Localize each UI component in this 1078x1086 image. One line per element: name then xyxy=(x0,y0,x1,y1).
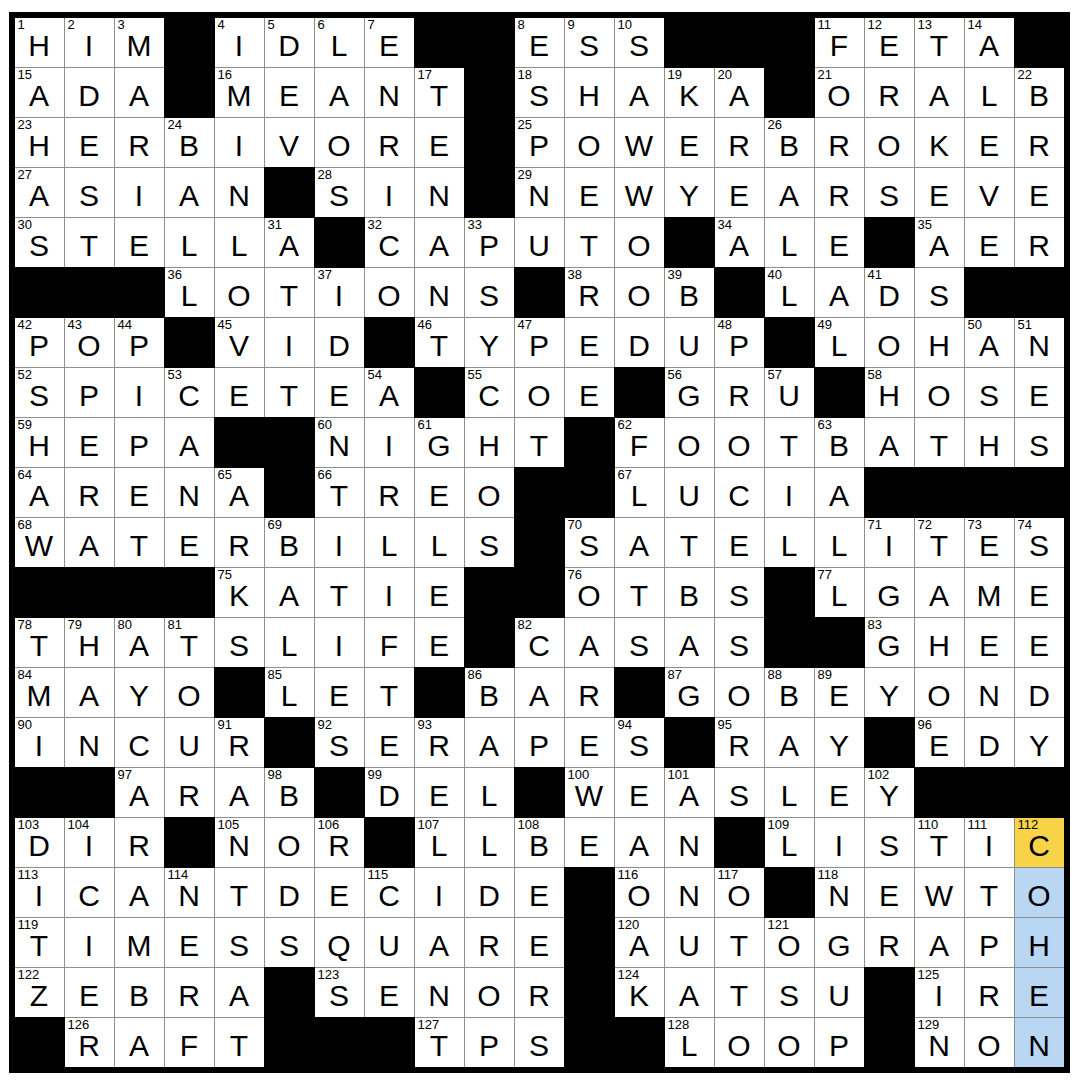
grid-cell[interactable]: Y xyxy=(665,168,714,217)
grid-cell[interactable]: 58H xyxy=(865,368,914,417)
grid-cell[interactable]: A xyxy=(515,668,564,717)
grid-cell[interactable]: R xyxy=(65,468,114,517)
grid-cell[interactable]: 114N xyxy=(165,868,214,917)
grid-cell[interactable]: I xyxy=(65,918,114,967)
grid-cell[interactable]: E xyxy=(515,868,564,917)
grid-cell[interactable]: R xyxy=(815,118,864,167)
grid-cell[interactable]: A xyxy=(915,68,964,117)
grid-cell[interactable]: 109L xyxy=(765,818,814,867)
grid-cell[interactable]: 74S xyxy=(1015,518,1064,567)
grid-cell[interactable]: E xyxy=(565,818,614,867)
grid-cell[interactable]: A xyxy=(215,768,264,817)
grid-cell[interactable]: L xyxy=(165,218,214,267)
grid-cell[interactable]: N xyxy=(215,168,264,217)
grid-cell[interactable]: E xyxy=(415,468,464,517)
grid-cell[interactable]: I xyxy=(365,168,414,217)
grid-cell[interactable]: 125I xyxy=(915,968,964,1017)
grid-cell[interactable]: N xyxy=(415,968,464,1017)
grid-cell[interactable]: P xyxy=(115,418,164,467)
grid-cell[interactable]: E xyxy=(615,768,664,817)
grid-cell[interactable]: S xyxy=(765,968,814,1017)
grid-cell[interactable]: 21O xyxy=(815,68,864,117)
grid-cell[interactable]: 119T xyxy=(15,918,64,967)
grid-cell[interactable]: E xyxy=(165,518,214,567)
grid-cell[interactable]: T xyxy=(615,568,664,617)
grid-cell[interactable]: E xyxy=(65,968,114,1017)
grid-cell[interactable]: E xyxy=(415,768,464,817)
grid-cell[interactable]: T xyxy=(315,568,364,617)
grid-cell[interactable]: 113I xyxy=(15,868,64,917)
grid-cell[interactable]: T xyxy=(715,918,764,967)
grid-cell[interactable]: G xyxy=(865,568,914,617)
grid-cell[interactable]: 27A xyxy=(15,168,64,217)
grid-cell[interactable]: 72T xyxy=(915,518,964,567)
grid-cell[interactable]: 112C xyxy=(1015,818,1064,867)
grid-cell[interactable]: S xyxy=(65,168,114,217)
grid-cell[interactable]: 32C xyxy=(365,218,414,267)
grid-cell[interactable]: S xyxy=(965,368,1014,417)
grid-cell[interactable]: R xyxy=(1015,118,1064,167)
grid-cell[interactable]: E xyxy=(265,68,314,117)
grid-cell[interactable]: T xyxy=(215,868,264,917)
grid-cell[interactable]: L xyxy=(765,218,814,267)
grid-cell[interactable]: E xyxy=(815,218,864,267)
grid-cell[interactable]: 77L xyxy=(815,568,864,617)
grid-cell[interactable]: 62F xyxy=(615,418,664,467)
grid-cell[interactable]: V xyxy=(265,118,314,167)
grid-cell[interactable]: A xyxy=(465,718,514,767)
grid-cell[interactable]: 117O xyxy=(715,868,764,917)
grid-cell[interactable]: 92S xyxy=(315,718,364,767)
grid-cell[interactable]: 85L xyxy=(265,668,314,717)
grid-cell[interactable]: Y xyxy=(815,718,864,767)
grid-cell[interactable]: D xyxy=(615,318,664,367)
grid-cell[interactable]: 98B xyxy=(265,768,314,817)
grid-cell[interactable]: A xyxy=(165,168,214,217)
grid-cell[interactable]: 35A xyxy=(915,218,964,267)
grid-cell[interactable]: O xyxy=(265,818,314,867)
grid-cell[interactable]: 1H xyxy=(15,18,64,67)
grid-cell[interactable]: O xyxy=(865,118,914,167)
grid-cell[interactable]: O xyxy=(915,368,964,417)
grid-cell[interactable]: D xyxy=(315,318,364,367)
grid-cell[interactable]: S xyxy=(715,768,764,817)
grid-cell[interactable]: E xyxy=(415,118,464,167)
grid-cell[interactable]: S xyxy=(865,168,914,217)
grid-cell[interactable]: 10S xyxy=(615,18,664,67)
grid-cell[interactable]: 91R xyxy=(215,718,264,767)
grid-cell[interactable]: 28S xyxy=(315,168,364,217)
grid-cell[interactable]: E xyxy=(315,668,364,717)
grid-cell[interactable]: N xyxy=(415,168,464,217)
grid-cell[interactable]: 25P xyxy=(515,118,564,167)
grid-cell[interactable]: A xyxy=(615,818,664,867)
grid-cell[interactable]: 8E xyxy=(515,18,564,67)
grid-cell[interactable]: O xyxy=(365,268,414,317)
grid-cell[interactable]: R xyxy=(515,968,564,1017)
grid-cell[interactable]: D xyxy=(265,868,314,917)
grid-cell[interactable]: R xyxy=(165,768,214,817)
grid-cell[interactable]: R xyxy=(715,368,764,417)
grid-cell[interactable]: A xyxy=(615,518,664,567)
grid-cell[interactable]: 70S xyxy=(565,518,614,567)
grid-cell[interactable]: E xyxy=(665,118,714,167)
grid-cell[interactable]: H xyxy=(1015,918,1064,967)
grid-cell[interactable]: S xyxy=(615,618,664,667)
grid-cell[interactable]: L xyxy=(215,218,264,267)
grid-cell[interactable]: E xyxy=(165,918,214,967)
grid-cell[interactable]: A xyxy=(115,1018,164,1067)
grid-cell[interactable]: O xyxy=(1015,868,1064,917)
grid-cell[interactable]: 75K xyxy=(215,568,264,617)
grid-cell[interactable]: A xyxy=(665,968,714,1017)
grid-cell[interactable]: W xyxy=(615,118,664,167)
grid-cell[interactable]: E xyxy=(365,968,414,1017)
grid-cell[interactable]: T xyxy=(965,868,1014,917)
grid-cell[interactable]: M xyxy=(965,568,1014,617)
grid-cell[interactable]: I xyxy=(215,118,264,167)
grid-cell[interactable]: 45V xyxy=(215,318,264,367)
grid-cell[interactable]: A xyxy=(815,468,864,517)
grid-cell[interactable]: A xyxy=(565,618,614,667)
grid-cell[interactable]: 5D xyxy=(265,18,314,67)
grid-cell[interactable]: 121O xyxy=(765,918,814,967)
grid-cell[interactable]: B xyxy=(115,968,164,1017)
grid-cell[interactable]: N xyxy=(65,718,114,767)
grid-cell[interactable]: L xyxy=(415,518,464,567)
grid-cell[interactable]: E xyxy=(815,768,864,817)
grid-cell[interactable]: 52S xyxy=(15,368,64,417)
grid-cell[interactable]: O xyxy=(515,368,564,417)
grid-cell[interactable]: 43O xyxy=(65,318,114,367)
grid-cell[interactable]: 111I xyxy=(965,818,1014,867)
grid-cell[interactable]: O xyxy=(715,418,764,467)
grid-cell[interactable]: A xyxy=(915,918,964,967)
grid-cell[interactable]: E xyxy=(315,868,364,917)
grid-cell[interactable]: 107L xyxy=(415,818,464,867)
grid-cell[interactable]: E xyxy=(965,118,1014,167)
grid-cell[interactable]: A xyxy=(65,668,114,717)
grid-cell[interactable]: A xyxy=(265,568,314,617)
grid-cell[interactable]: S xyxy=(215,618,264,667)
grid-cell[interactable]: A xyxy=(615,68,664,117)
grid-cell[interactable]: L xyxy=(265,618,314,667)
grid-cell[interactable]: 94S xyxy=(615,718,664,767)
grid-cell[interactable]: U xyxy=(665,918,714,967)
grid-cell[interactable]: N xyxy=(365,68,414,117)
grid-cell[interactable]: 66T xyxy=(315,468,364,517)
grid-cell[interactable]: 129N xyxy=(915,1018,964,1067)
grid-cell[interactable]: O xyxy=(615,218,664,267)
grid-cell[interactable]: L xyxy=(765,518,814,567)
grid-cell[interactable]: I xyxy=(315,518,364,567)
grid-cell[interactable]: Y xyxy=(1015,718,1064,767)
grid-cell[interactable]: H xyxy=(465,418,514,467)
grid-cell[interactable]: O xyxy=(865,318,914,367)
grid-cell[interactable]: T xyxy=(565,218,614,267)
grid-cell[interactable]: R xyxy=(215,518,264,567)
grid-cell[interactable]: N xyxy=(1015,1018,1064,1067)
grid-cell[interactable]: W xyxy=(615,168,664,217)
grid-cell[interactable]: E xyxy=(565,718,614,767)
grid-cell[interactable]: E xyxy=(115,218,164,267)
grid-cell[interactable]: 46T xyxy=(415,318,464,367)
grid-cell[interactable]: R xyxy=(465,918,514,967)
grid-cell[interactable]: 50A xyxy=(965,318,1014,367)
grid-cell[interactable]: P xyxy=(515,718,564,767)
grid-cell[interactable]: 3M xyxy=(115,18,164,67)
grid-cell[interactable]: 20A xyxy=(715,68,764,117)
grid-cell[interactable]: 79H xyxy=(65,618,114,667)
grid-cell[interactable]: U xyxy=(665,318,714,367)
grid-cell[interactable]: U xyxy=(515,218,564,267)
grid-cell[interactable]: 6L xyxy=(315,18,364,67)
grid-cell[interactable]: E xyxy=(1015,568,1064,617)
grid-cell[interactable]: 99D xyxy=(365,768,414,817)
grid-cell[interactable]: T xyxy=(265,368,314,417)
grid-cell[interactable]: O xyxy=(915,668,964,717)
grid-cell[interactable]: 105N xyxy=(215,818,264,867)
grid-cell[interactable]: I xyxy=(365,568,414,617)
grid-cell[interactable]: 118N xyxy=(815,868,864,917)
grid-cell[interactable]: 96E xyxy=(915,718,964,767)
grid-cell[interactable]: O xyxy=(765,1018,814,1067)
grid-cell[interactable]: L xyxy=(465,818,514,867)
grid-cell[interactable]: E xyxy=(715,168,764,217)
grid-cell[interactable]: 68W xyxy=(15,518,64,567)
grid-cell[interactable]: T xyxy=(265,268,314,317)
grid-cell[interactable]: 41D xyxy=(865,268,914,317)
grid-cell[interactable]: 2I xyxy=(65,18,114,67)
grid-cell[interactable]: 97A xyxy=(115,768,164,817)
grid-cell[interactable]: 23H xyxy=(15,118,64,167)
grid-cell[interactable]: E xyxy=(415,568,464,617)
grid-cell[interactable]: T xyxy=(65,218,114,267)
grid-cell[interactable]: A xyxy=(165,418,214,467)
grid-cell[interactable]: 51N xyxy=(1015,318,1064,367)
grid-cell[interactable]: R xyxy=(165,968,214,1017)
grid-cell[interactable]: R xyxy=(115,118,164,167)
grid-cell[interactable]: I xyxy=(365,418,414,467)
grid-cell[interactable]: 100W xyxy=(565,768,614,817)
grid-cell[interactable]: E xyxy=(515,918,564,967)
grid-cell[interactable]: 128L xyxy=(665,1018,714,1067)
grid-cell[interactable]: T xyxy=(115,518,164,567)
grid-cell[interactable]: 15A xyxy=(15,68,64,117)
grid-cell[interactable]: V xyxy=(965,168,1014,217)
grid-cell[interactable]: 127T xyxy=(415,1018,464,1067)
grid-cell[interactable]: E xyxy=(115,468,164,517)
grid-cell[interactable]: T xyxy=(365,668,414,717)
grid-cell[interactable]: W xyxy=(915,868,964,917)
grid-cell[interactable]: D xyxy=(1015,668,1064,717)
grid-cell[interactable]: 53C xyxy=(165,368,214,417)
grid-cell[interactable]: 64A xyxy=(15,468,64,517)
grid-cell[interactable]: I xyxy=(315,618,364,667)
grid-cell[interactable]: 22B xyxy=(1015,68,1064,117)
grid-cell[interactable]: 102Y xyxy=(865,768,914,817)
grid-cell[interactable]: A xyxy=(765,718,814,767)
grid-cell[interactable]: N xyxy=(965,668,1014,717)
grid-cell[interactable]: A xyxy=(865,418,914,467)
grid-cell[interactable]: S xyxy=(865,818,914,867)
grid-cell[interactable]: R xyxy=(565,668,614,717)
grid-cell[interactable]: E xyxy=(865,868,914,917)
grid-cell[interactable]: E xyxy=(565,168,614,217)
grid-cell[interactable]: C xyxy=(65,868,114,917)
grid-cell[interactable]: 115C xyxy=(365,868,414,917)
grid-cell[interactable]: S xyxy=(715,568,764,617)
grid-cell[interactable]: C xyxy=(115,718,164,767)
grid-cell[interactable]: E xyxy=(65,418,114,467)
grid-cell[interactable]: S xyxy=(465,518,514,567)
grid-cell[interactable]: 73E xyxy=(965,518,1014,567)
grid-cell[interactable]: P xyxy=(965,918,1014,967)
grid-cell[interactable]: P xyxy=(65,368,114,417)
grid-cell[interactable]: 71I xyxy=(865,518,914,567)
grid-cell[interactable]: T xyxy=(665,518,714,567)
grid-cell[interactable]: T xyxy=(765,418,814,467)
grid-cell[interactable]: 33P xyxy=(465,218,514,267)
grid-cell[interactable]: 122Z xyxy=(15,968,64,1017)
grid-cell[interactable]: 87G xyxy=(665,668,714,717)
grid-cell[interactable]: U xyxy=(165,718,214,767)
grid-cell[interactable]: U xyxy=(815,968,864,1017)
grid-cell[interactable]: 83G xyxy=(865,618,914,667)
grid-cell[interactable]: 104I xyxy=(65,818,114,867)
grid-cell[interactable]: 9S xyxy=(565,18,614,67)
grid-cell[interactable]: I xyxy=(415,868,464,917)
grid-cell[interactable]: K xyxy=(915,118,964,167)
grid-cell[interactable]: 81T xyxy=(165,618,214,667)
grid-cell[interactable]: 61G xyxy=(415,418,464,467)
grid-cell[interactable]: 57U xyxy=(765,368,814,417)
grid-cell[interactable]: 86B xyxy=(465,668,514,717)
grid-cell[interactable]: H xyxy=(915,618,964,667)
grid-cell[interactable]: I xyxy=(265,318,314,367)
grid-cell[interactable]: S xyxy=(715,618,764,667)
grid-cell[interactable]: C xyxy=(715,468,764,517)
grid-cell[interactable]: 123S xyxy=(315,968,364,1017)
grid-cell[interactable]: O xyxy=(715,1018,764,1067)
grid-cell[interactable]: A xyxy=(65,518,114,567)
grid-cell[interactable]: E xyxy=(365,718,414,767)
grid-cell[interactable]: 106R xyxy=(315,818,364,867)
grid-cell[interactable]: 55C xyxy=(465,368,514,417)
grid-cell[interactable]: I xyxy=(765,468,814,517)
grid-cell[interactable]: Y xyxy=(465,318,514,367)
grid-cell[interactable]: E xyxy=(415,618,464,667)
grid-cell[interactable]: A xyxy=(665,618,714,667)
grid-cell[interactable]: O xyxy=(715,668,764,717)
grid-cell[interactable]: 54A xyxy=(365,368,414,417)
grid-cell[interactable]: H xyxy=(565,68,614,117)
grid-cell[interactable]: 4I xyxy=(215,18,264,67)
grid-cell[interactable]: 13T xyxy=(915,18,964,67)
grid-cell[interactable]: L xyxy=(965,68,1014,117)
grid-cell[interactable]: E xyxy=(715,518,764,567)
grid-cell[interactable]: 11F xyxy=(815,18,864,67)
grid-cell[interactable]: S xyxy=(215,918,264,967)
grid-cell[interactable]: E xyxy=(215,368,264,417)
grid-cell[interactable]: 48P xyxy=(715,318,764,367)
grid-cell[interactable]: 26B xyxy=(765,118,814,167)
grid-cell[interactable]: E xyxy=(65,118,114,167)
grid-cell[interactable]: Y xyxy=(115,668,164,717)
grid-cell[interactable]: 29N xyxy=(515,168,564,217)
grid-cell[interactable]: N xyxy=(665,868,714,917)
grid-cell[interactable]: 78T xyxy=(15,618,64,667)
grid-cell[interactable]: E xyxy=(1015,168,1064,217)
grid-cell[interactable]: 59H xyxy=(15,418,64,467)
grid-cell[interactable]: 93R xyxy=(415,718,464,767)
grid-cell[interactable]: 67L xyxy=(615,468,664,517)
grid-cell[interactable]: 110T xyxy=(915,818,964,867)
grid-cell[interactable]: 90I xyxy=(15,718,64,767)
grid-cell[interactable]: T xyxy=(215,1018,264,1067)
grid-cell[interactable]: I xyxy=(815,818,864,867)
grid-cell[interactable]: 120A xyxy=(615,918,664,967)
grid-cell[interactable]: 63B xyxy=(815,418,864,467)
grid-cell[interactable]: 38R xyxy=(565,268,614,317)
grid-cell[interactable]: 40L xyxy=(765,268,814,317)
grid-cell[interactable]: 82C xyxy=(515,618,564,667)
grid-cell[interactable]: 84M xyxy=(15,668,64,717)
grid-cell[interactable]: H xyxy=(965,418,1014,467)
grid-cell[interactable]: R xyxy=(365,118,414,167)
grid-cell[interactable]: L xyxy=(365,518,414,567)
grid-cell[interactable]: O xyxy=(965,1018,1014,1067)
grid-cell[interactable]: E xyxy=(965,218,1014,267)
grid-cell[interactable]: I xyxy=(115,168,164,217)
grid-cell[interactable]: 14A xyxy=(965,18,1014,67)
grid-cell[interactable]: U xyxy=(665,468,714,517)
grid-cell[interactable]: S xyxy=(265,918,314,967)
grid-cell[interactable]: 60N xyxy=(315,418,364,467)
grid-cell[interactable]: 39B xyxy=(665,268,714,317)
grid-cell[interactable]: U xyxy=(365,918,414,967)
grid-cell[interactable]: 108B xyxy=(515,818,564,867)
grid-cell[interactable]: L xyxy=(765,768,814,817)
grid-cell[interactable]: G xyxy=(815,918,864,967)
grid-cell[interactable]: 101A xyxy=(665,768,714,817)
grid-cell[interactable]: A xyxy=(115,68,164,117)
grid-cell[interactable]: A xyxy=(315,68,364,117)
grid-cell[interactable]: F xyxy=(165,1018,214,1067)
grid-cell[interactable]: A xyxy=(815,268,864,317)
grid-cell[interactable]: L xyxy=(815,518,864,567)
grid-cell[interactable]: 31A xyxy=(265,218,314,267)
grid-cell[interactable]: H xyxy=(915,318,964,367)
grid-cell[interactable]: R xyxy=(1015,218,1064,267)
grid-cell[interactable]: D xyxy=(465,868,514,917)
grid-cell[interactable]: Y xyxy=(865,668,914,717)
grid-cell[interactable]: R xyxy=(865,68,914,117)
grid-cell[interactable]: 126R xyxy=(65,1018,114,1067)
grid-cell[interactable]: 56G xyxy=(665,368,714,417)
grid-cell[interactable]: M xyxy=(115,918,164,967)
grid-cell[interactable]: 103D xyxy=(15,818,64,867)
grid-cell[interactable]: A xyxy=(415,218,464,267)
grid-cell[interactable]: A xyxy=(215,968,264,1017)
grid-cell[interactable]: E xyxy=(1015,368,1064,417)
grid-cell[interactable]: S xyxy=(1015,418,1064,467)
grid-cell[interactable]: E xyxy=(565,368,614,417)
grid-cell[interactable]: F xyxy=(365,618,414,667)
grid-cell[interactable]: 19K xyxy=(665,68,714,117)
grid-cell[interactable]: T xyxy=(515,418,564,467)
grid-cell[interactable]: O xyxy=(165,668,214,717)
